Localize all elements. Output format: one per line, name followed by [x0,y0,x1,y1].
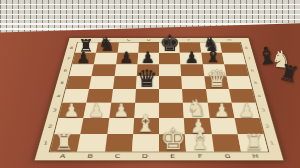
square-c5 [113,76,137,89]
square-g3: ♟ [207,103,234,118]
file-label-top-h: H [219,38,240,41]
file-label-bottom-f: F [186,153,214,160]
file-label-top-b: B [98,38,119,41]
square-c8 [117,42,139,52]
white-pawn-h3: ♟ [239,101,255,119]
square-g8: ♞ [200,42,222,52]
square-h6 [224,64,249,76]
square-f3: ♞ [183,103,209,118]
square-h8 [220,42,243,52]
square-a5 [66,76,92,89]
square-a3: ♟ [59,103,87,118]
file-label-top-e: E [159,38,179,41]
square-a1: ♜ [50,134,81,152]
chess-board: ABCDEFGH ABCDEFGH 87654321 87654321 ♜♞♚♞… [33,37,285,161]
white-bishop-d2: ♝ [135,112,156,136]
square-c1 [105,134,133,152]
square-b4 [87,89,113,103]
square-b5 [89,76,114,89]
square-b1 [77,134,106,152]
square-e7 [159,53,181,64]
black-queen-d5: ♛ [137,67,159,91]
square-f4 [182,89,207,103]
square-f1: ♝ [185,134,213,152]
board-squares-grid: ♜♞♚♞♟♟♟♟♝♛♛♟♟♟♞♟♟♝♟♜♚♝♜ [50,42,268,151]
square-d7: ♟ [137,53,159,64]
square-d5: ♛ [136,76,159,89]
white-rook-a1: ♜ [54,131,74,153]
square-f8 [179,42,201,52]
file-labels-top: ABCDEFGH [78,38,240,41]
square-g7: ♝ [201,53,224,64]
square-g6 [202,64,226,76]
white-rook-h1: ♜ [244,131,264,153]
square-a6 [69,64,94,76]
square-e5 [159,76,182,89]
square-e2 [159,118,185,134]
file-label-bottom-g: G [214,153,243,160]
square-e1: ♚ [159,134,186,152]
square-d3 [134,103,159,118]
square-e3 [159,103,184,118]
square-g5: ♛ [204,76,229,89]
square-e6 [159,64,181,76]
white-pawn-f2: ♟ [190,117,207,136]
white-pawn-c3: ♟ [113,101,129,119]
square-b8: ♞ [96,42,118,52]
square-h1: ♜ [237,134,268,152]
white-pawn-a3: ♟ [63,101,79,119]
chess-photo-scene: ABCDEFGH ABCDEFGH 87654321 87654321 ♜♞♚♞… [0,0,300,168]
square-d2: ♝ [133,118,159,134]
square-c3: ♟ [109,103,135,118]
white-queen-g5: ♛ [206,67,228,91]
square-d4 [135,89,159,103]
white-pawn-b3: ♟ [88,101,104,119]
white-king-e1: ♚ [159,125,185,154]
square-g2 [209,118,237,134]
square-g1 [211,134,240,152]
white-bishop-f1: ♝ [189,129,211,154]
square-d6 [137,64,159,76]
square-e8: ♚ [159,42,180,52]
square-c4 [111,89,136,103]
file-label-top-d: D [139,38,159,41]
square-d1 [132,134,159,152]
square-a4 [62,89,89,103]
file-label-top-g: G [199,38,220,41]
square-b2 [81,118,109,134]
square-h7 [222,53,246,64]
square-a2 [55,118,84,134]
square-a7: ♟ [72,53,96,64]
square-b3: ♟ [84,103,111,118]
square-h2 [234,118,263,134]
file-label-bottom-h: H [241,153,270,160]
square-f5 [181,76,205,89]
square-h4 [229,89,256,103]
square-h3: ♟ [231,103,259,118]
square-f2: ♟ [184,118,211,134]
square-c7: ♟ [116,53,138,64]
square-b7 [94,53,117,64]
white-pawn-g3: ♟ [214,101,230,119]
square-e4 [159,89,183,103]
file-label-bottom-b: B [76,153,105,160]
square-c6 [114,64,137,76]
square-g4 [206,89,232,103]
file-label-bottom-d: D [131,153,159,160]
square-d8 [138,42,159,52]
square-c2 [107,118,134,134]
file-label-top-f: F [179,38,199,41]
square-f6 [181,64,204,76]
file-labels-bottom: ABCDEFGH [48,153,270,160]
square-b6 [92,64,116,76]
square-f7: ♟ [180,53,202,64]
square-h5 [226,76,252,89]
file-label-bottom-a: A [48,153,77,160]
file-label-top-a: A [78,38,99,41]
file-label-bottom-c: C [103,153,131,160]
file-label-bottom-e: E [159,153,187,160]
square-a8: ♜ [75,42,98,52]
file-label-top-c: C [119,38,139,41]
